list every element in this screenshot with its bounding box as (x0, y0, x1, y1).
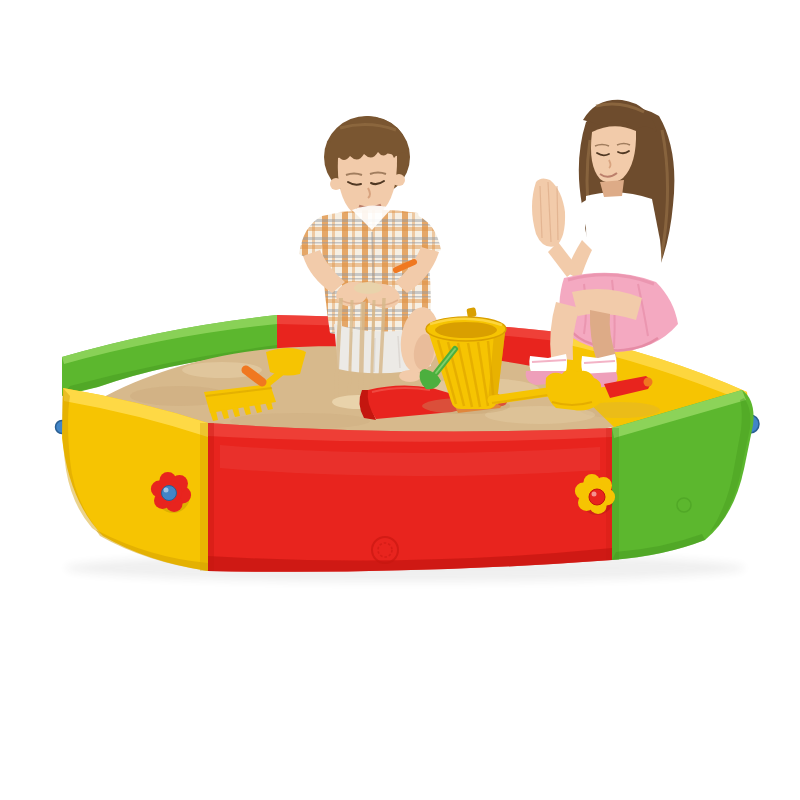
bucket-rim-inner (435, 322, 497, 338)
boy-hair-fringe (327, 116, 408, 160)
trowel-tip (644, 378, 653, 387)
panel-front-red (208, 423, 612, 572)
panel-face (208, 423, 612, 572)
knob-highlight (592, 492, 597, 497)
product-photo (0, 0, 800, 800)
panel-seam (200, 423, 208, 571)
sand-in-hands (354, 282, 382, 294)
knob-button-red (589, 489, 605, 505)
stage (0, 0, 800, 800)
girl-neck (600, 180, 624, 197)
spade-blade (266, 348, 306, 376)
panel-seam-left (208, 423, 214, 571)
knob-highlight (164, 488, 169, 493)
knob-button-blue (162, 486, 177, 501)
sandbox (56, 100, 760, 572)
boy-foot (399, 370, 421, 382)
bucket-handle-nub (466, 307, 476, 317)
sand-stream (361, 302, 363, 403)
